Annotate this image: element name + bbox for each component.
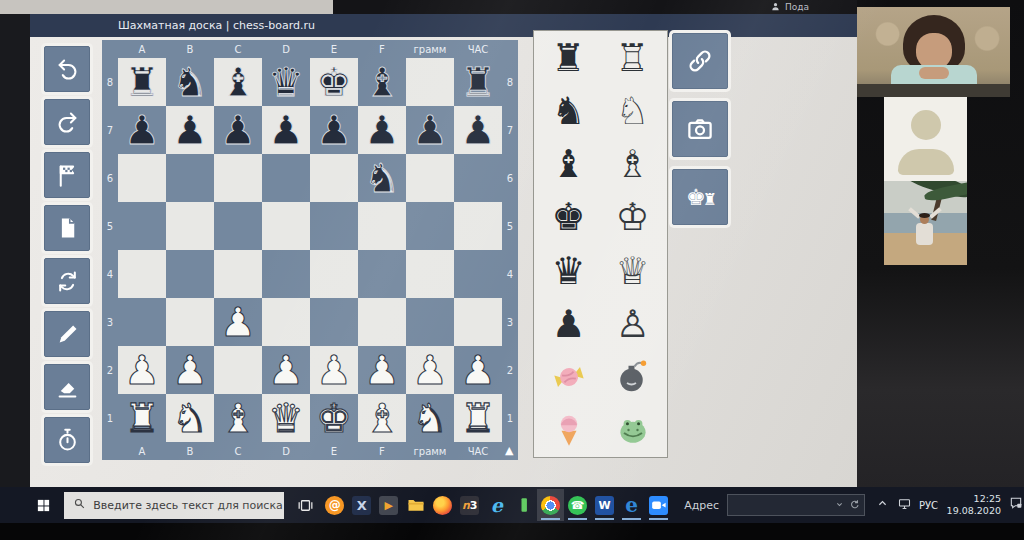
- chess-board[interactable]: ABCDEFграммЧАС8♜♞♝♛♚♝♜87♟♟♟♟♟♟♟♟76♞65544…: [102, 40, 518, 460]
- flip-board-icon: [54, 268, 81, 295]
- taskbar-app-battery-widget[interactable]: [510, 489, 537, 521]
- taskbar-app-player-x[interactable]: X: [348, 489, 375, 521]
- square-a2[interactable]: ♟: [118, 346, 166, 394]
- white-bishop[interactable]: ♝: [220, 394, 256, 442]
- redo-icon: [54, 109, 81, 136]
- palette-bomb-icon[interactable]: [607, 353, 659, 401]
- square-a1[interactable]: ♜: [118, 394, 166, 442]
- video-tile-beach-photo[interactable]: [884, 181, 967, 265]
- network-display-icon[interactable]: [897, 496, 912, 515]
- camera-snapshot-icon: [685, 114, 715, 144]
- file-label: A: [118, 442, 166, 460]
- video-tile-webcam-child[interactable]: [857, 7, 1010, 97]
- white-bishop[interactable]: ♝: [364, 394, 400, 442]
- file-label: ЧАС: [454, 40, 502, 58]
- white-king[interactable]: ♚: [316, 394, 352, 442]
- person-arm: [908, 207, 921, 218]
- black-pawn[interactable]: ♟: [412, 106, 448, 154]
- square-h4[interactable]: [454, 250, 502, 298]
- square-f5[interactable]: [358, 202, 406, 250]
- black-rook[interactable]: ♜: [460, 58, 496, 106]
- square-h7[interactable]: ♟: [454, 106, 502, 154]
- child-hands: [919, 67, 949, 79]
- square-g6[interactable]: [406, 154, 454, 202]
- square-d8[interactable]: ♛: [262, 58, 310, 106]
- account-label: Пода: [785, 2, 809, 12]
- file-explorer-icon: [406, 495, 426, 515]
- square-b4[interactable]: [166, 250, 214, 298]
- new-board-button[interactable]: [44, 205, 90, 251]
- n3-app-icon: n3: [460, 496, 479, 515]
- rank-label: 2: [102, 346, 118, 394]
- square-d6[interactable]: [262, 154, 310, 202]
- palette-crocodile-icon[interactable]: [607, 406, 659, 454]
- rank-label: 5: [502, 202, 518, 250]
- square-h5[interactable]: [454, 202, 502, 250]
- white-pawn[interactable]: ♟: [316, 346, 352, 394]
- white-pawn[interactable]: ♟: [412, 346, 448, 394]
- square-a6[interactable]: [118, 154, 166, 202]
- square-c8[interactable]: ♝: [214, 58, 262, 106]
- white-pawn[interactable]: ♟: [268, 346, 304, 394]
- palette-row: ♛♕: [534, 244, 667, 297]
- square-g1[interactable]: ♞: [406, 394, 454, 442]
- square-b5[interactable]: [166, 202, 214, 250]
- clock-date: 19.08.2020: [945, 505, 1001, 517]
- file-label: B: [166, 442, 214, 460]
- rank-label: 7: [502, 106, 518, 154]
- rank-label: 3: [102, 298, 118, 346]
- square-b6[interactable]: [166, 154, 214, 202]
- palette-row: ♝♗: [534, 138, 667, 191]
- square-a8[interactable]: ♜: [118, 58, 166, 106]
- square-e2[interactable]: ♟: [310, 346, 358, 394]
- internet-explorer-icon: e: [491, 494, 503, 516]
- rank-label: 5: [102, 202, 118, 250]
- palette-white-bishop[interactable]: ♗: [607, 140, 659, 188]
- taskbar-app-firefox[interactable]: [429, 489, 456, 521]
- browser-tab-title[interactable]: Шахматная доска | chess-board.ru: [118, 19, 315, 32]
- rank-label: 1: [102, 394, 118, 442]
- black-bishop[interactable]: ♝: [220, 58, 256, 106]
- square-c5[interactable]: [214, 202, 262, 250]
- square-g7[interactable]: ♟: [406, 106, 454, 154]
- rank-label: 4: [102, 250, 118, 298]
- palette-row: [534, 351, 667, 404]
- square-a4[interactable]: [118, 250, 166, 298]
- square-b3[interactable]: [166, 298, 214, 346]
- square-b2[interactable]: ♟: [166, 346, 214, 394]
- file-label: C: [214, 40, 262, 58]
- black-knight[interactable]: ♞: [364, 154, 400, 202]
- square-f4[interactable]: [358, 250, 406, 298]
- black-pawn[interactable]: ♟: [316, 106, 352, 154]
- language-indicator[interactable]: РУС: [919, 500, 938, 511]
- person-hair: [919, 213, 930, 218]
- person-icon: [770, 1, 781, 14]
- square-e6[interactable]: [310, 154, 358, 202]
- palette-white-king[interactable]: ♔: [607, 193, 659, 241]
- file-label: D: [262, 40, 310, 58]
- square-c7[interactable]: ♟: [214, 106, 262, 154]
- square-g3[interactable]: [406, 298, 454, 346]
- system-tray: РУС 12:25 19.08.2020: [875, 493, 1024, 517]
- board-corner: [502, 40, 518, 58]
- white-rook[interactable]: ♜: [460, 394, 496, 442]
- palette-white-knight[interactable]: ♘: [607, 87, 659, 135]
- palette-white-rook[interactable]: ♖: [607, 34, 659, 82]
- taskbar-search[interactable]: Введите здесь текст для поиска: [64, 492, 284, 519]
- white-rook[interactable]: ♜: [124, 394, 160, 442]
- mailru-agent-icon: @: [325, 496, 344, 515]
- chevron-down-icon[interactable]: [833, 496, 846, 515]
- video-call-strip: [857, 0, 1024, 487]
- action-center-icon[interactable]: [1008, 495, 1024, 515]
- avatar-head: [911, 110, 941, 140]
- finish-flag-icon: [54, 162, 81, 189]
- palette-black-king[interactable]: ♚: [543, 193, 595, 241]
- start-button[interactable]: [32, 491, 54, 519]
- white-knight[interactable]: ♞: [412, 394, 448, 442]
- taskbar-app-whatsapp[interactable]: ☎: [564, 489, 591, 521]
- file-label: грамм: [406, 442, 454, 460]
- search-icon: [73, 497, 86, 513]
- child-face: [916, 33, 952, 69]
- avatar-bust: [898, 149, 954, 175]
- black-rook[interactable]: ♜: [124, 58, 160, 106]
- eraser-icon: [54, 374, 81, 401]
- square-d2[interactable]: ♟: [262, 346, 310, 394]
- square-a5[interactable]: [118, 202, 166, 250]
- square-e7[interactable]: ♟: [310, 106, 358, 154]
- palette-black-pawn[interactable]: ♟: [543, 300, 595, 348]
- square-f7[interactable]: ♟: [358, 106, 406, 154]
- square-c4[interactable]: [214, 250, 262, 298]
- address-input[interactable]: [727, 494, 865, 516]
- eraser-button[interactable]: [44, 364, 90, 410]
- person-body: [916, 223, 933, 245]
- board-resize-handle[interactable]: ▲: [505, 444, 513, 457]
- edge-icon: e: [625, 493, 638, 517]
- player-x-icon: X: [352, 496, 371, 515]
- square-d5[interactable]: [262, 202, 310, 250]
- file-label: D: [262, 442, 310, 460]
- white-pawn[interactable]: ♟: [460, 346, 496, 394]
- white-pawn[interactable]: ♟: [220, 298, 256, 346]
- file-label: грамм: [406, 40, 454, 58]
- square-g5[interactable]: [406, 202, 454, 250]
- square-e5[interactable]: [310, 202, 358, 250]
- black-pawn[interactable]: ♟: [124, 106, 160, 154]
- palette-row: ♟♙: [534, 297, 667, 350]
- square-e4[interactable]: [310, 250, 358, 298]
- square-b8[interactable]: ♞: [166, 58, 214, 106]
- rank-label: 3: [502, 298, 518, 346]
- palette-row: ♞♘: [534, 84, 667, 137]
- flip-board-button[interactable]: [44, 258, 90, 304]
- media-player-icon: ▶: [379, 496, 398, 515]
- chrome-icon: [541, 496, 560, 515]
- draw-pencil-icon: [54, 321, 81, 348]
- palette-white-pawn[interactable]: ♙: [607, 300, 659, 348]
- palette-black-knight[interactable]: ♞: [543, 87, 595, 135]
- os-top-bar-account[interactable]: Пода: [770, 0, 809, 14]
- board-corner: [102, 40, 118, 58]
- square-d7[interactable]: ♟: [262, 106, 310, 154]
- timer-icon: [54, 427, 81, 454]
- tray-expand-chevron-icon[interactable]: [875, 496, 890, 515]
- video-tile-avatar-placeholder[interactable]: [884, 97, 967, 181]
- rank-label: 1: [502, 394, 518, 442]
- battery-widget-icon: [514, 495, 534, 515]
- taskbar-app-n3-app[interactable]: n3: [456, 489, 483, 521]
- white-pawn[interactable]: ♟: [172, 346, 208, 394]
- square-h6[interactable]: [454, 154, 502, 202]
- rank-label: 2: [502, 346, 518, 394]
- file-label: A: [118, 40, 166, 58]
- square-h1[interactable]: ♜: [454, 394, 502, 442]
- square-a7[interactable]: ♟: [118, 106, 166, 154]
- file-label: F: [358, 442, 406, 460]
- black-pawn[interactable]: ♟: [220, 106, 256, 154]
- file-label: F: [358, 40, 406, 58]
- black-pawn[interactable]: ♟: [364, 106, 400, 154]
- black-queen[interactable]: ♛: [268, 58, 304, 106]
- square-a3[interactable]: [118, 298, 166, 346]
- square-f2[interactable]: ♟: [358, 346, 406, 394]
- go-refresh-icon[interactable]: [848, 496, 861, 515]
- square-c1[interactable]: ♝: [214, 394, 262, 442]
- whatsapp-icon: ☎: [568, 496, 587, 515]
- white-pawn[interactable]: ♟: [364, 346, 400, 394]
- square-d3[interactable]: [262, 298, 310, 346]
- square-g8[interactable]: [406, 58, 454, 106]
- square-e3[interactable]: [310, 298, 358, 346]
- search-placeholder: Введите здесь текст для поиска: [93, 499, 283, 512]
- rank-label: 7: [102, 106, 118, 154]
- new-board-icon: [54, 215, 81, 242]
- undo-icon: [54, 56, 81, 83]
- rank-label: 8: [102, 58, 118, 106]
- share-link-icon: [685, 46, 715, 76]
- black-pawn[interactable]: ♟: [460, 106, 496, 154]
- monitor-bezel-bottom: [0, 523, 1024, 540]
- white-pawn[interactable]: ♟: [124, 346, 160, 394]
- square-f6[interactable]: ♞: [358, 154, 406, 202]
- square-f3[interactable]: [358, 298, 406, 346]
- black-pawn[interactable]: ♟: [172, 106, 208, 154]
- clock-time: 12:25: [945, 493, 1001, 505]
- firefox-icon: [433, 496, 452, 515]
- share-link-button[interactable]: [672, 33, 728, 89]
- rank-label: 8: [502, 58, 518, 106]
- task-view-button[interactable]: [293, 490, 317, 520]
- square-b7[interactable]: ♟: [166, 106, 214, 154]
- palette-white-queen[interactable]: ♕: [607, 247, 659, 295]
- rank-label: 6: [502, 154, 518, 202]
- square-h3[interactable]: [454, 298, 502, 346]
- square-e8[interactable]: ♚: [310, 58, 358, 106]
- palette-black-rook[interactable]: ♜: [543, 34, 595, 82]
- black-pawn[interactable]: ♟: [268, 106, 304, 154]
- taskbar-clock[interactable]: 12:25 19.08.2020: [945, 493, 1001, 517]
- palette-icecream-icon[interactable]: [543, 406, 595, 454]
- zoom-icon: [649, 496, 668, 515]
- file-label: E: [310, 40, 358, 58]
- undo-button[interactable]: [44, 46, 90, 92]
- square-g4[interactable]: [406, 250, 454, 298]
- timer-button[interactable]: [44, 417, 90, 463]
- square-h2[interactable]: ♟: [454, 346, 502, 394]
- monitor-bezel-left: [0, 14, 30, 487]
- taskbar-app-chrome[interactable]: [537, 489, 564, 521]
- file-label: ЧАС: [454, 442, 502, 460]
- square-g2[interactable]: ♟: [406, 346, 454, 394]
- windows-taskbar: Введите здесь текст для поиска @X▶n3e☎We…: [0, 487, 1024, 523]
- board-corner: [102, 442, 118, 460]
- file-label: B: [166, 40, 214, 58]
- address-toolbar-label: Адрес: [684, 499, 719, 512]
- black-knight[interactable]: ♞: [172, 58, 208, 106]
- square-h8[interactable]: ♜: [454, 58, 502, 106]
- camera-snapshot-button[interactable]: [672, 101, 728, 157]
- piece-palette: ♜♖♞♘♝♗♚♔♛♕♟♙: [533, 30, 668, 458]
- taskbar-app-mailru-agent[interactable]: @: [321, 489, 348, 521]
- finish-flag-button[interactable]: [44, 152, 90, 198]
- file-label: E: [310, 442, 358, 460]
- rank-label: 4: [502, 250, 518, 298]
- palette-candy-icon[interactable]: [543, 353, 595, 401]
- pieces-mode-icon: ♚♜: [686, 185, 714, 210]
- palette-black-queen[interactable]: ♛: [543, 247, 595, 295]
- file-label: C: [214, 442, 262, 460]
- square-d1[interactable]: ♛: [262, 394, 310, 442]
- rank-label: 6: [102, 154, 118, 202]
- redo-button[interactable]: [44, 99, 90, 145]
- palette-black-bishop[interactable]: ♝: [543, 140, 595, 188]
- square-b1[interactable]: ♞: [166, 394, 214, 442]
- square-d4[interactable]: [262, 250, 310, 298]
- taskbar-app-edge[interactable]: e: [618, 489, 645, 521]
- taskbar-app-file-explorer[interactable]: [402, 489, 429, 521]
- monitor-photo: Пода Шахматная доска | chess-board.ru AB…: [0, 0, 1024, 540]
- white-knight[interactable]: ♞: [172, 394, 208, 442]
- taskbar-app-media-player[interactable]: ▶: [375, 489, 402, 521]
- taskbar-app-zoom[interactable]: [645, 489, 672, 521]
- square-c3[interactable]: ♟: [214, 298, 262, 346]
- black-king[interactable]: ♚: [316, 58, 352, 106]
- palette-row: ♜♖: [534, 31, 667, 84]
- draw-pencil-button[interactable]: [44, 311, 90, 357]
- word-icon: W: [595, 496, 614, 515]
- white-queen[interactable]: ♛: [268, 394, 304, 442]
- square-f8[interactable]: ♝: [358, 58, 406, 106]
- square-c2[interactable]: [214, 346, 262, 394]
- black-bishop[interactable]: ♝: [364, 58, 400, 106]
- palette-row: [534, 404, 667, 457]
- photo-top-edge-light: [0, 0, 333, 14]
- taskbar-apps: @X▶n3e☎We: [321, 489, 672, 521]
- square-f1[interactable]: ♝: [358, 394, 406, 442]
- square-c6[interactable]: [214, 154, 262, 202]
- palette-row: ♚♔: [534, 191, 667, 244]
- taskbar-app-word[interactable]: W: [591, 489, 618, 521]
- square-e1[interactable]: ♚: [310, 394, 358, 442]
- browser-tab-bar[interactable]: Шахматная доска | chess-board.ru: [30, 14, 857, 37]
- pieces-mode-button[interactable]: ♚♜: [672, 169, 728, 225]
- taskbar-app-internet-explorer[interactable]: e: [483, 489, 510, 521]
- table-edge: [857, 84, 1010, 97]
